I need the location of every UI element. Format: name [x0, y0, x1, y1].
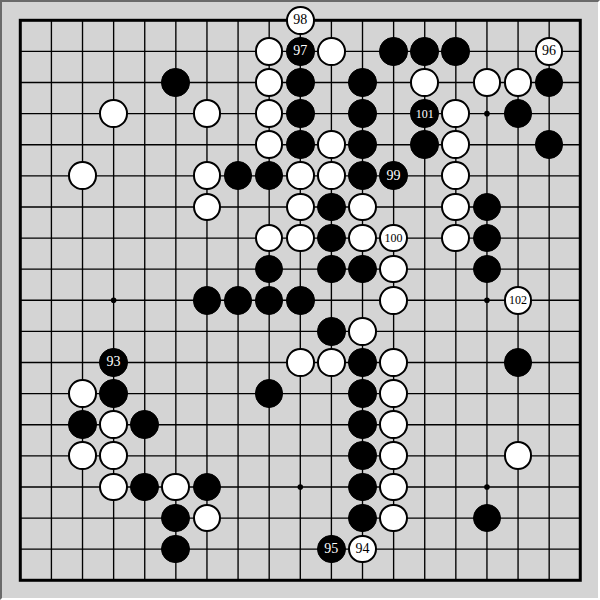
stone-black	[317, 193, 346, 222]
stone-black	[348, 473, 377, 502]
stone-black	[286, 99, 315, 128]
stone-black	[504, 348, 533, 377]
stone-black	[473, 504, 502, 533]
stone-white	[255, 224, 284, 253]
stone-white	[317, 37, 346, 66]
stone-white	[255, 68, 284, 97]
stone-white	[193, 161, 222, 190]
stone-white	[317, 130, 346, 159]
stone-black	[224, 286, 253, 315]
go-board[interactable]: 98979610199100102939594	[5, 5, 596, 596]
stone-white	[441, 130, 470, 159]
stone-black	[348, 379, 377, 408]
stone-white	[99, 441, 128, 470]
stone-white	[504, 68, 533, 97]
stone-white	[99, 99, 128, 128]
stone-white	[286, 161, 315, 190]
stone-white	[441, 224, 470, 253]
stone-white	[286, 193, 315, 222]
stone-white	[161, 473, 190, 502]
stone-black	[99, 379, 128, 408]
go-diagram-window: 98979610199100102939594	[0, 0, 600, 600]
stone-white	[379, 504, 408, 533]
stone-black	[286, 130, 315, 159]
stone-black	[535, 68, 564, 97]
stone-black	[441, 37, 470, 66]
stone-black	[193, 473, 222, 502]
stone-black	[193, 286, 222, 315]
stone-white	[379, 348, 408, 377]
stone-white	[68, 379, 97, 408]
stone-white	[286, 224, 315, 253]
stone-white	[379, 473, 408, 502]
stone-black	[348, 255, 377, 284]
stone-white	[193, 193, 222, 222]
stone-black	[504, 99, 533, 128]
stone-white-move-98: 98	[286, 6, 315, 35]
stone-white	[193, 504, 222, 533]
stone-black	[286, 286, 315, 315]
stone-white	[255, 37, 284, 66]
stone-black	[317, 317, 346, 346]
stone-white-move-94: 94	[348, 535, 377, 564]
stone-black	[255, 255, 284, 284]
stone-black	[286, 68, 315, 97]
stone-black	[410, 37, 439, 66]
stone-white	[348, 317, 377, 346]
stone-black	[473, 224, 502, 253]
stone-white	[317, 161, 346, 190]
stone-white	[348, 193, 377, 222]
stone-white	[504, 441, 533, 470]
stone-black	[130, 410, 159, 439]
stone-black	[317, 224, 346, 253]
stone-black	[473, 193, 502, 222]
stone-black	[224, 161, 253, 190]
stone-white	[441, 161, 470, 190]
stone-black	[161, 504, 190, 533]
stone-black	[255, 379, 284, 408]
stone-black	[348, 504, 377, 533]
stone-white	[379, 441, 408, 470]
stone-black-move-97: 97	[286, 37, 315, 66]
stone-white	[99, 410, 128, 439]
stone-white	[473, 68, 502, 97]
stone-white	[68, 441, 97, 470]
stone-black	[379, 37, 408, 66]
stone-white	[286, 348, 315, 377]
stone-white	[99, 473, 128, 502]
stone-black	[410, 130, 439, 159]
stone-black	[255, 161, 284, 190]
stone-black	[535, 130, 564, 159]
stone-white	[441, 99, 470, 128]
stone-black-move-99: 99	[379, 161, 408, 190]
stone-white	[441, 193, 470, 222]
stone-black	[161, 535, 190, 564]
stone-black-move-93: 93	[99, 348, 128, 377]
stone-black	[130, 473, 159, 502]
stone-white	[379, 286, 408, 315]
stone-white	[317, 348, 346, 377]
stone-black	[348, 410, 377, 439]
stone-white	[193, 99, 222, 128]
stone-white	[379, 255, 408, 284]
stone-black	[255, 286, 284, 315]
stone-black-move-95: 95	[317, 535, 346, 564]
stone-black	[348, 161, 377, 190]
stone-black-move-101: 101	[410, 99, 439, 128]
stone-white	[379, 379, 408, 408]
stone-white-move-100: 100	[379, 224, 408, 253]
stone-white	[68, 161, 97, 190]
stone-white-move-102: 102	[504, 286, 533, 315]
stone-black	[348, 99, 377, 128]
stone-white	[255, 130, 284, 159]
stone-black	[68, 410, 97, 439]
stone-black	[473, 255, 502, 284]
stone-white-move-96: 96	[535, 37, 564, 66]
stone-black	[348, 441, 377, 470]
stone-black	[317, 255, 346, 284]
stone-black	[348, 68, 377, 97]
stone-black	[348, 130, 377, 159]
stone-black	[161, 68, 190, 97]
stone-white	[348, 224, 377, 253]
stone-black	[348, 348, 377, 377]
stone-white	[410, 68, 439, 97]
stone-white	[255, 99, 284, 128]
stone-white	[379, 410, 408, 439]
